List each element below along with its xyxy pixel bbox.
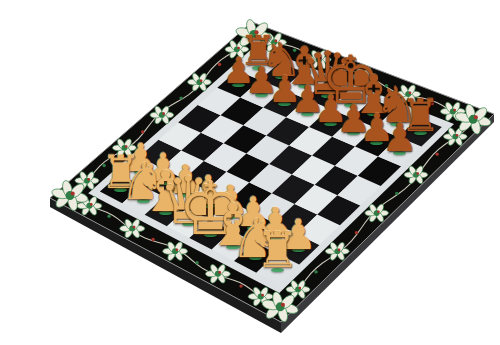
chess-set-photo: ♜♞♝♛♚♝♞♜♟♟♟♟♟♟♟♟♟♟♟♟♟♟♟♟♜♞♝♛♚♝♞♜ (0, 0, 500, 345)
chess-board (0, 0, 500, 345)
